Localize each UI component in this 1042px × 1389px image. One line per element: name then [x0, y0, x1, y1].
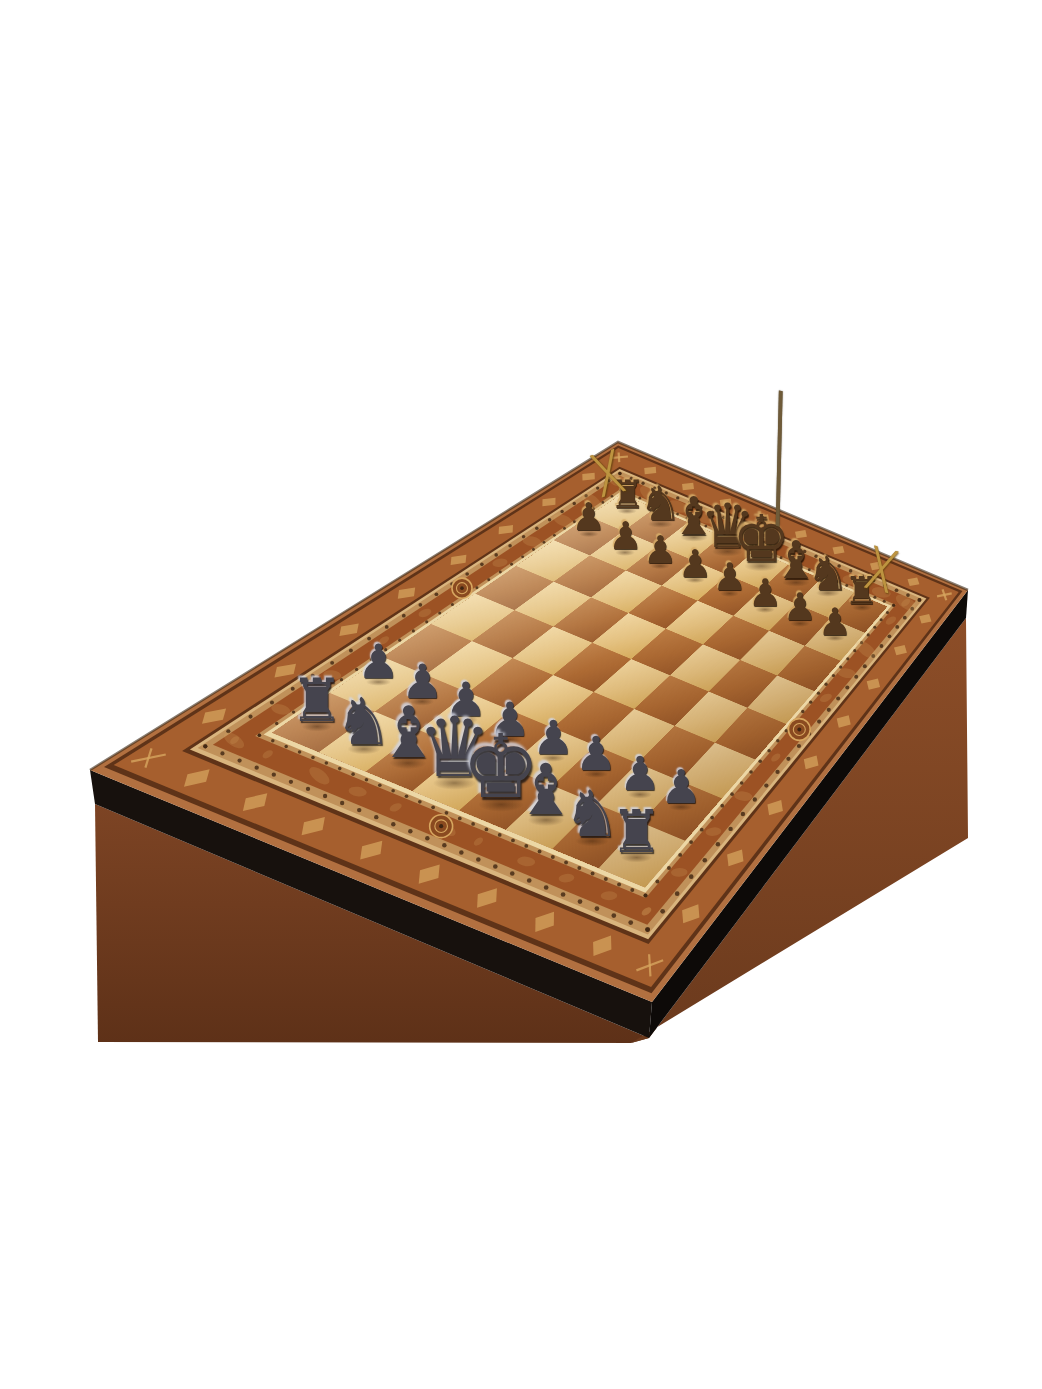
chess-piece-icon: ♟: [781, 588, 819, 626]
chess-piece-icon: ♟: [641, 531, 679, 569]
piece-white-rook-h1[interactable]: ♜: [607, 803, 666, 862]
piece-black-pawn-d7[interactable]: ♟: [676, 545, 714, 583]
windmill-blades-icon: ╳: [866, 550, 896, 591]
piece-black-pawn-g7[interactable]: ♟: [781, 588, 819, 626]
piece-black-pawn-c7[interactable]: ♟: [641, 531, 679, 569]
chess-piece-icon: ♟: [569, 498, 607, 536]
product-photo-stage: ♜╳♞♝♛♚|♝♞♜╳♟♟♟♟♟♟♟♟♟♟♟♟♟♟♟♟♜♞♝♛♚♝♞♜: [0, 0, 1042, 1389]
piece-black-pawn-b7[interactable]: ♟: [606, 517, 644, 555]
chess-piece-icon: ♟: [606, 517, 644, 555]
chess-piece-icon: ♟: [355, 638, 402, 685]
piece-black-pawn-e7[interactable]: ♟: [710, 558, 748, 596]
lance-icon: |: [770, 379, 788, 518]
chess-piece-icon: ♟: [710, 558, 748, 596]
piece-white-pawn-a2[interactable]: ♟: [355, 638, 402, 685]
piece-black-pawn-f7[interactable]: ♟: [746, 574, 784, 612]
chess-piece-icon: ♟: [816, 603, 854, 641]
chess-piece-icon: ♟: [676, 545, 714, 583]
piece-black-pawn-h7[interactable]: ♟: [816, 603, 854, 641]
piece-black-pawn-a7[interactable]: ♟: [569, 498, 607, 536]
chess-piece-icon: ♜: [607, 803, 666, 862]
pieces-layer: ♜╳♞♝♛♚|♝♞♜╳♟♟♟♟♟♟♟♟♟♟♟♟♟♟♟♟♜♞♝♛♚♝♞♜: [0, 0, 1042, 1389]
windmill-blades-icon: ╳: [592, 452, 624, 494]
chess-piece-icon: ♟: [746, 574, 784, 612]
